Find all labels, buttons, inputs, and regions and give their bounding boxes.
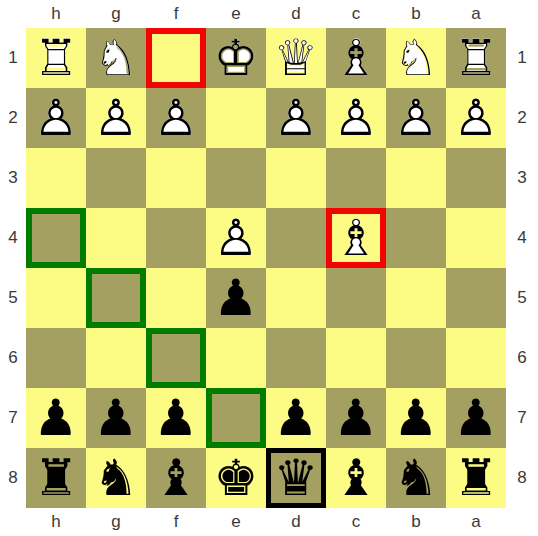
black-queen: ♛: [266, 448, 326, 508]
square-b4[interactable]: [386, 208, 446, 268]
square-c2[interactable]: ♟♙: [326, 88, 386, 148]
white-knight-fill: ♞: [386, 28, 446, 88]
square-a1[interactable]: ♜♖: [446, 28, 506, 88]
square-g5[interactable]: [86, 268, 146, 328]
square-h2[interactable]: ♟♙: [26, 88, 86, 148]
rank-label-1: 1: [506, 28, 538, 88]
rank-label-7: 7: [0, 388, 26, 448]
file-label-a: a: [446, 508, 506, 536]
file-label-d: d: [266, 0, 326, 28]
square-f3[interactable]: [146, 148, 206, 208]
rank-label-6: 6: [0, 328, 26, 388]
white-pawn: ♙: [266, 88, 326, 148]
rank-label-2: 2: [506, 88, 538, 148]
white-queen: ♕: [266, 28, 326, 88]
white-king-fill: ♚: [206, 28, 266, 88]
rank-label-2: 2: [0, 88, 26, 148]
board-corner-spacer: [0, 0, 26, 28]
square-d3[interactable]: [266, 148, 326, 208]
white-pawn-fill: ♟: [206, 208, 266, 268]
white-pawn-fill: ♟: [446, 88, 506, 148]
white-pawn: ♙: [26, 88, 86, 148]
file-label-f: f: [146, 508, 206, 536]
black-rook: ♜: [446, 448, 506, 508]
white-knight: ♘: [86, 28, 146, 88]
black-pawn: ♟: [326, 388, 386, 448]
file-label-e: e: [206, 0, 266, 28]
black-king: ♚: [206, 448, 266, 508]
white-pawn-fill: ♟: [266, 88, 326, 148]
file-label-b: b: [386, 508, 446, 536]
square-h4[interactable]: [26, 208, 86, 268]
rank-label-1: 1: [0, 28, 26, 88]
square-a4[interactable]: [446, 208, 506, 268]
black-pawn: ♟: [446, 388, 506, 448]
rank-label-5: 5: [0, 268, 26, 328]
square-a7[interactable]: ♟: [446, 388, 506, 448]
square-d4[interactable]: [266, 208, 326, 268]
square-g8[interactable]: ♞: [86, 448, 146, 508]
white-pawn: ♙: [206, 208, 266, 268]
square-e3[interactable]: [206, 148, 266, 208]
white-rook-fill: ♜: [26, 28, 86, 88]
square-f5[interactable]: [146, 268, 206, 328]
file-label-e: e: [206, 508, 266, 536]
rank-label-8: 8: [0, 448, 26, 508]
black-pawn: ♟: [206, 268, 266, 328]
square-d5[interactable]: [266, 268, 326, 328]
white-pawn: ♙: [146, 88, 206, 148]
white-rook-fill: ♜: [446, 28, 506, 88]
square-g7[interactable]: ♟: [86, 388, 146, 448]
white-knight-fill: ♞: [86, 28, 146, 88]
square-f8[interactable]: ♝: [146, 448, 206, 508]
square-e2[interactable]: [206, 88, 266, 148]
square-c6[interactable]: [326, 328, 386, 388]
square-b1[interactable]: ♞♘: [386, 28, 446, 88]
rank-label-4: 4: [506, 208, 538, 268]
rank-label-4: 4: [0, 208, 26, 268]
square-b5[interactable]: [386, 268, 446, 328]
white-pawn-fill: ♟: [26, 88, 86, 148]
white-pawn: ♙: [386, 88, 446, 148]
file-label-g: g: [86, 508, 146, 536]
square-d6[interactable]: [266, 328, 326, 388]
board-corner-spacer: [506, 0, 538, 28]
square-e6[interactable]: [206, 328, 266, 388]
black-knight: ♞: [386, 448, 446, 508]
square-d2[interactable]: ♟♙: [266, 88, 326, 148]
file-label-c: c: [326, 508, 386, 536]
rank-label-7: 7: [506, 388, 538, 448]
white-pawn: ♙: [446, 88, 506, 148]
black-pawn: ♟: [386, 388, 446, 448]
square-f1[interactable]: [146, 28, 206, 88]
square-g6[interactable]: [86, 328, 146, 388]
square-f7[interactable]: ♟: [146, 388, 206, 448]
file-label-g: g: [86, 0, 146, 28]
white-king: ♔: [206, 28, 266, 88]
white-bishop-fill: ♝: [326, 208, 386, 268]
board-corner-spacer: [0, 508, 26, 536]
rank-label-5: 5: [506, 268, 538, 328]
square-c7[interactable]: ♟: [326, 388, 386, 448]
square-c3[interactable]: [326, 148, 386, 208]
white-knight: ♘: [386, 28, 446, 88]
file-label-d: d: [266, 508, 326, 536]
square-g2[interactable]: ♟♙: [86, 88, 146, 148]
white-rook: ♖: [26, 28, 86, 88]
white-bishop-fill: ♝: [326, 28, 386, 88]
square-h7[interactable]: ♟: [26, 388, 86, 448]
rank-label-3: 3: [506, 148, 538, 208]
square-e8[interactable]: ♚: [206, 448, 266, 508]
white-pawn-fill: ♟: [386, 88, 446, 148]
square-h5[interactable]: [26, 268, 86, 328]
black-bishop: ♝: [146, 448, 206, 508]
square-g4[interactable]: [86, 208, 146, 268]
file-label-a: a: [446, 0, 506, 28]
black-pawn: ♟: [266, 388, 326, 448]
square-a5[interactable]: [446, 268, 506, 328]
square-e4[interactable]: ♟♙: [206, 208, 266, 268]
square-d1[interactable]: ♛♕: [266, 28, 326, 88]
rank-label-6: 6: [506, 328, 538, 388]
square-h1[interactable]: ♜♖: [26, 28, 86, 88]
square-a6[interactable]: [446, 328, 506, 388]
square-g1[interactable]: ♞♘: [86, 28, 146, 88]
file-label-b: b: [386, 0, 446, 28]
square-a8[interactable]: ♜: [446, 448, 506, 508]
white-rook: ♖: [446, 28, 506, 88]
rank-label-8: 8: [506, 448, 538, 508]
square-a3[interactable]: [446, 148, 506, 208]
chess-board: hgfedcba1♜♖♞♘♚♔♛♕♝♗♞♘♜♖12♟♙♟♙♟♙♟♙♟♙♟♙♟♙2…: [0, 0, 538, 536]
square-b2[interactable]: ♟♙: [386, 88, 446, 148]
white-pawn: ♙: [326, 88, 386, 148]
square-f6[interactable]: [146, 328, 206, 388]
black-knight: ♞: [86, 448, 146, 508]
square-c5[interactable]: [326, 268, 386, 328]
file-label-c: c: [326, 0, 386, 28]
file-label-f: f: [146, 0, 206, 28]
square-d8[interactable]: ♛: [266, 448, 326, 508]
square-e1[interactable]: ♚♔: [206, 28, 266, 88]
square-h3[interactable]: [26, 148, 86, 208]
square-b7[interactable]: ♟: [386, 388, 446, 448]
square-a2[interactable]: ♟♙: [446, 88, 506, 148]
file-label-h: h: [26, 508, 86, 536]
black-pawn: ♟: [146, 388, 206, 448]
square-b3[interactable]: [386, 148, 446, 208]
rank-label-3: 3: [0, 148, 26, 208]
white-queen-fill: ♛: [266, 28, 326, 88]
board-corner-spacer: [506, 508, 538, 536]
black-pawn: ♟: [26, 388, 86, 448]
white-bishop: ♗: [326, 208, 386, 268]
square-b8[interactable]: ♞: [386, 448, 446, 508]
chess-app: hgfedcba1♜♖♞♘♚♔♛♕♝♗♞♘♜♖12♟♙♟♙♟♙♟♙♟♙♟♙♟♙2…: [0, 0, 538, 536]
square-e7[interactable]: [206, 388, 266, 448]
square-b6[interactable]: [386, 328, 446, 388]
white-pawn-fill: ♟: [146, 88, 206, 148]
square-g3[interactable]: [86, 148, 146, 208]
white-pawn: ♙: [86, 88, 146, 148]
white-pawn-fill: ♟: [326, 88, 386, 148]
black-rook: ♜: [26, 448, 86, 508]
square-h6[interactable]: [26, 328, 86, 388]
white-pawn-fill: ♟: [86, 88, 146, 148]
square-f4[interactable]: [146, 208, 206, 268]
square-c8[interactable]: ♝: [326, 448, 386, 508]
square-d7[interactable]: ♟: [266, 388, 326, 448]
file-label-h: h: [26, 0, 86, 28]
white-bishop: ♗: [326, 28, 386, 88]
square-e5[interactable]: ♟: [206, 268, 266, 328]
black-pawn: ♟: [86, 388, 146, 448]
black-bishop: ♝: [326, 448, 386, 508]
square-f2[interactable]: ♟♙: [146, 88, 206, 148]
square-c4[interactable]: ♝♗: [326, 208, 386, 268]
square-c1[interactable]: ♝♗: [326, 28, 386, 88]
square-h8[interactable]: ♜: [26, 448, 86, 508]
